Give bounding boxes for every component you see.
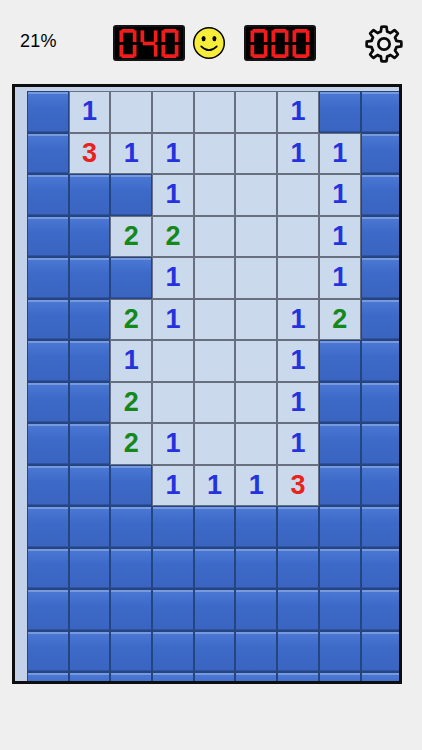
cell-r4-c3[interactable]: 2 xyxy=(110,216,152,258)
cell-r4-c1[interactable] xyxy=(27,216,69,258)
cell-r4-c6[interactable] xyxy=(235,216,277,258)
cell-r15-c3[interactable] xyxy=(110,672,152,684)
cell-r15-c9[interactable] xyxy=(361,672,403,684)
cell-r8-c6[interactable] xyxy=(235,382,277,424)
cell-r15-c1[interactable] xyxy=(27,672,69,684)
cell-r2-c9[interactable] xyxy=(361,133,403,175)
cell-r6-c1[interactable] xyxy=(27,299,69,341)
cell-r6-c2[interactable] xyxy=(69,299,111,341)
cell-r12-c1[interactable] xyxy=(27,548,69,590)
cell-r6-c9[interactable] xyxy=(361,299,403,341)
cell-r5-c3[interactable] xyxy=(110,257,152,299)
cell-r14-c3[interactable] xyxy=(110,631,152,673)
cell-r13-c8[interactable] xyxy=(319,589,361,631)
cell-r13-c9[interactable] xyxy=(361,589,403,631)
cell-r1-c7[interactable]: 1 xyxy=(277,91,319,133)
cell-r14-c2[interactable] xyxy=(69,631,111,673)
cell-r6-c3[interactable]: 2 xyxy=(110,299,152,341)
mine-counter-display xyxy=(113,25,185,61)
cell-r2-c1[interactable] xyxy=(27,133,69,175)
cell-r3-c2[interactable] xyxy=(69,174,111,216)
cell-r13-c7[interactable] xyxy=(277,589,319,631)
cell-r11-c9[interactable] xyxy=(361,506,403,548)
top-bar: 21% xyxy=(0,0,422,84)
cell-r1-c8[interactable] xyxy=(319,91,361,133)
led-digit xyxy=(161,29,179,58)
cell-r5-c4[interactable]: 1 xyxy=(152,257,194,299)
cell-r11-c4[interactable] xyxy=(152,506,194,548)
cell-r10-c3[interactable] xyxy=(110,465,152,507)
cell-r1-c1[interactable] xyxy=(27,91,69,133)
cell-r4-c8[interactable]: 1 xyxy=(319,216,361,258)
settings-button[interactable] xyxy=(362,22,406,66)
cell-r2-c3[interactable]: 1 xyxy=(110,133,152,175)
cell-r11-c7[interactable] xyxy=(277,506,319,548)
cell-r12-c3[interactable] xyxy=(110,548,152,590)
cell-r15-c2[interactable] xyxy=(69,672,111,684)
cell-r10-c1[interactable] xyxy=(27,465,69,507)
cell-r9-c9[interactable] xyxy=(361,423,403,465)
cell-r9-c2[interactable] xyxy=(69,423,111,465)
cell-r9-c3[interactable]: 2 xyxy=(110,423,152,465)
cell-r10-c8[interactable] xyxy=(319,465,361,507)
smiley-button[interactable] xyxy=(192,26,226,60)
cell-r13-c1[interactable] xyxy=(27,589,69,631)
cell-r13-c4[interactable] xyxy=(152,589,194,631)
cell-r2-c4[interactable]: 1 xyxy=(152,133,194,175)
cell-r7-c2[interactable] xyxy=(69,340,111,382)
cell-r9-c5[interactable] xyxy=(194,423,236,465)
cell-r14-c5[interactable] xyxy=(194,631,236,673)
cell-r6-c6[interactable] xyxy=(235,299,277,341)
minesweeper-app: 21% 11311111122111211211212111113 xyxy=(0,0,422,750)
cell-r9-c8[interactable] xyxy=(319,423,361,465)
cell-r9-c4[interactable]: 1 xyxy=(152,423,194,465)
cell-r14-c1[interactable] xyxy=(27,631,69,673)
cell-r1-c9[interactable] xyxy=(361,91,403,133)
cell-r10-c5[interactable]: 1 xyxy=(194,465,236,507)
cell-r8-c7[interactable]: 1 xyxy=(277,382,319,424)
cell-r3-c9[interactable] xyxy=(361,174,403,216)
cell-r7-c4[interactable] xyxy=(152,340,194,382)
cell-r7-c3[interactable]: 1 xyxy=(110,340,152,382)
cell-r13-c6[interactable] xyxy=(235,589,277,631)
cell-r11-c6[interactable] xyxy=(235,506,277,548)
cell-r10-c6[interactable]: 1 xyxy=(235,465,277,507)
cell-r3-c8[interactable]: 1 xyxy=(319,174,361,216)
cell-r5-c7[interactable] xyxy=(277,257,319,299)
cell-r2-c2[interactable]: 3 xyxy=(69,133,111,175)
board-grid: 11311111122111211211212111113 xyxy=(27,91,402,684)
cell-r10-c7[interactable]: 3 xyxy=(277,465,319,507)
led-digit xyxy=(292,29,310,58)
cell-r3-c6[interactable] xyxy=(235,174,277,216)
cell-r9-c7[interactable]: 1 xyxy=(277,423,319,465)
cell-r8-c8[interactable] xyxy=(319,382,361,424)
cell-r8-c4[interactable] xyxy=(152,382,194,424)
cell-r4-c9[interactable] xyxy=(361,216,403,258)
cell-r12-c6[interactable] xyxy=(235,548,277,590)
progress-label: 21% xyxy=(20,31,57,52)
cell-r8-c1[interactable] xyxy=(27,382,69,424)
cell-r6-c8[interactable]: 2 xyxy=(319,299,361,341)
cell-r1-c2[interactable]: 1 xyxy=(69,91,111,133)
cell-r13-c2[interactable] xyxy=(69,589,111,631)
cell-r11-c2[interactable] xyxy=(69,506,111,548)
cell-r5-c6[interactable] xyxy=(235,257,277,299)
cell-r6-c5[interactable] xyxy=(194,299,236,341)
gear-icon xyxy=(362,22,406,66)
cell-r12-c7[interactable] xyxy=(277,548,319,590)
cell-r4-c4[interactable]: 2 xyxy=(152,216,194,258)
cell-r10-c9[interactable] xyxy=(361,465,403,507)
cell-r5-c1[interactable] xyxy=(27,257,69,299)
board-viewport[interactable]: 11311111122111211211212111113 xyxy=(12,84,402,684)
cell-r11-c5[interactable] xyxy=(194,506,236,548)
cell-r14-c4[interactable] xyxy=(152,631,194,673)
cell-r9-c6[interactable] xyxy=(235,423,277,465)
cell-r3-c4[interactable]: 1 xyxy=(152,174,194,216)
cell-r3-c7[interactable] xyxy=(277,174,319,216)
cell-r14-c6[interactable] xyxy=(235,631,277,673)
cell-r7-c7[interactable]: 1 xyxy=(277,340,319,382)
cell-r15-c4[interactable] xyxy=(152,672,194,684)
cell-r14-c8[interactable] xyxy=(319,631,361,673)
cell-r15-c7[interactable] xyxy=(277,672,319,684)
cell-r12-c8[interactable] xyxy=(319,548,361,590)
cell-r2-c8[interactable]: 1 xyxy=(319,133,361,175)
cell-r12-c5[interactable] xyxy=(194,548,236,590)
cell-r3-c5[interactable] xyxy=(194,174,236,216)
cell-r3-c3[interactable] xyxy=(110,174,152,216)
cell-r8-c3[interactable]: 2 xyxy=(110,382,152,424)
cell-r3-c1[interactable] xyxy=(27,174,69,216)
cell-r11-c1[interactable] xyxy=(27,506,69,548)
cell-r7-c6[interactable] xyxy=(235,340,277,382)
cell-r13-c5[interactable] xyxy=(194,589,236,631)
timer-display xyxy=(244,25,316,61)
cell-r11-c3[interactable] xyxy=(110,506,152,548)
led-digit xyxy=(140,29,158,58)
cell-r4-c5[interactable] xyxy=(194,216,236,258)
cell-r1-c6[interactable] xyxy=(235,91,277,133)
led-digit xyxy=(119,29,137,58)
cell-r8-c5[interactable] xyxy=(194,382,236,424)
cell-r8-c2[interactable] xyxy=(69,382,111,424)
cell-r5-c8[interactable]: 1 xyxy=(319,257,361,299)
cell-r5-c9[interactable] xyxy=(361,257,403,299)
cell-r12-c2[interactable] xyxy=(69,548,111,590)
cell-r8-c9[interactable] xyxy=(361,382,403,424)
cell-r1-c5[interactable] xyxy=(194,91,236,133)
cell-r10-c4[interactable]: 1 xyxy=(152,465,194,507)
cell-r13-c3[interactable] xyxy=(110,589,152,631)
cell-r7-c9[interactable] xyxy=(361,340,403,382)
cell-r10-c2[interactable] xyxy=(69,465,111,507)
cell-r7-c5[interactable] xyxy=(194,340,236,382)
cell-r12-c4[interactable] xyxy=(152,548,194,590)
cell-r2-c6[interactable] xyxy=(235,133,277,175)
cell-r9-c1[interactable] xyxy=(27,423,69,465)
cell-r1-c3[interactable] xyxy=(110,91,152,133)
led-digit xyxy=(271,29,289,58)
cell-r1-c4[interactable] xyxy=(152,91,194,133)
cell-r12-c9[interactable] xyxy=(361,548,403,590)
cell-r14-c7[interactable] xyxy=(277,631,319,673)
cell-r15-c5[interactable] xyxy=(194,672,236,684)
cell-r5-c2[interactable] xyxy=(69,257,111,299)
led-digit xyxy=(250,29,268,58)
cell-r5-c5[interactable] xyxy=(194,257,236,299)
cell-r4-c7[interactable] xyxy=(277,216,319,258)
cell-r15-c8[interactable] xyxy=(319,672,361,684)
cell-r14-c9[interactable] xyxy=(361,631,403,673)
cell-r7-c8[interactable] xyxy=(319,340,361,382)
cell-r6-c7[interactable]: 1 xyxy=(277,299,319,341)
cell-r2-c5[interactable] xyxy=(194,133,236,175)
cell-r7-c1[interactable] xyxy=(27,340,69,382)
cell-r11-c8[interactable] xyxy=(319,506,361,548)
smiley-face-icon xyxy=(192,26,226,60)
cell-r2-c7[interactable]: 1 xyxy=(277,133,319,175)
cell-r15-c6[interactable] xyxy=(235,672,277,684)
cell-r6-c4[interactable]: 1 xyxy=(152,299,194,341)
cell-r4-c2[interactable] xyxy=(69,216,111,258)
